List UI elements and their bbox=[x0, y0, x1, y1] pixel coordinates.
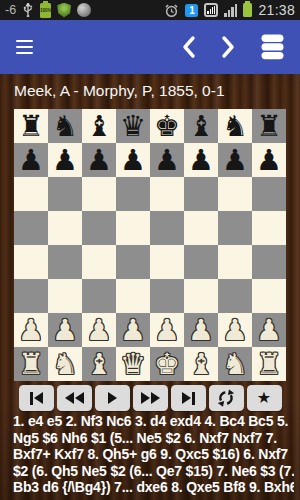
white-pawn: ♟ bbox=[154, 313, 180, 347]
square-e2[interactable]: ♟ bbox=[150, 313, 184, 347]
move-navigation-bar: ★ bbox=[0, 385, 300, 411]
square-d7[interactable]: ♟ bbox=[116, 143, 150, 177]
square-a3[interactable] bbox=[14, 279, 48, 313]
square-g5[interactable] bbox=[218, 211, 252, 245]
move-list-line[interactable]: $2 (6. Qh5 Ne5 $2 (6... Qe7 $15) 7. Ne6 … bbox=[13, 463, 294, 480]
white-bishop: ♝ bbox=[86, 347, 112, 381]
square-d2[interactable]: ♟ bbox=[116, 313, 150, 347]
move-list: 1. e4 e5 2. Nf3 Nc6 3. d4 exd4 4. Bc4 Bc… bbox=[13, 413, 294, 496]
square-a1[interactable]: ♜ bbox=[14, 347, 48, 381]
black-queen: ♛ bbox=[120, 109, 146, 143]
app-screen: -6 100% 1 bbox=[0, 0, 300, 500]
square-f7[interactable]: ♟ bbox=[184, 143, 218, 177]
go-to-start-button[interactable] bbox=[19, 385, 54, 411]
square-e4[interactable] bbox=[150, 245, 184, 279]
square-g2[interactable]: ♟ bbox=[218, 313, 252, 347]
square-h1[interactable]: ♜ bbox=[252, 347, 286, 381]
move-list-line[interactable]: 1. e4 e5 2. Nf3 Nc6 3. d4 exd4 4. Bc4 Bc… bbox=[13, 413, 294, 430]
square-f2[interactable]: ♟ bbox=[184, 313, 218, 347]
chess-board: ♜♞♝♛♚♝♞♜♟♟♟♟♟♟♟♟♟♟♟♟♟♟♟♟♜♞♝♛♚♝♞♜ bbox=[14, 109, 286, 381]
battery-status-icon bbox=[243, 3, 252, 17]
square-c7[interactable]: ♟ bbox=[82, 143, 116, 177]
black-bishop: ♝ bbox=[86, 109, 112, 143]
notification-badge: 1 bbox=[185, 4, 198, 17]
next-game-icon[interactable] bbox=[221, 35, 236, 59]
refresh-icon bbox=[217, 389, 235, 407]
square-e1[interactable]: ♚ bbox=[150, 347, 184, 381]
white-queen: ♛ bbox=[120, 347, 146, 381]
square-g4[interactable] bbox=[218, 245, 252, 279]
square-h7[interactable]: ♟ bbox=[252, 143, 286, 177]
square-b7[interactable]: ♟ bbox=[48, 143, 82, 177]
square-h6[interactable] bbox=[252, 177, 286, 211]
rewind-icon bbox=[65, 392, 74, 404]
signal-strength-icon bbox=[224, 4, 237, 17]
square-b4[interactable] bbox=[48, 245, 82, 279]
white-rook: ♜ bbox=[18, 347, 44, 381]
black-knight: ♞ bbox=[52, 109, 78, 143]
square-d8[interactable]: ♛ bbox=[116, 109, 150, 143]
white-pawn: ♟ bbox=[256, 313, 282, 347]
black-rook: ♜ bbox=[18, 109, 44, 143]
move-list-line[interactable]: Ng5 $6 Nh6 $1 (5... Ne5 $2 6. Nxf7 Nxf7 … bbox=[13, 430, 294, 447]
fast-forward-icon bbox=[151, 392, 160, 404]
black-pawn: ♟ bbox=[86, 143, 112, 177]
square-h8[interactable]: ♜ bbox=[252, 109, 286, 143]
white-pawn: ♟ bbox=[120, 313, 146, 347]
square-e8[interactable]: ♚ bbox=[150, 109, 184, 143]
square-b3[interactable] bbox=[48, 279, 82, 313]
game-header-title: Meek, A - Morphy, P, 1855, 0-1 bbox=[14, 82, 225, 100]
clock-text: 21:38 bbox=[258, 2, 295, 18]
step-forward-button[interactable] bbox=[95, 385, 130, 411]
square-h3[interactable] bbox=[252, 279, 286, 313]
white-knight: ♞ bbox=[52, 347, 78, 381]
square-g6[interactable] bbox=[218, 177, 252, 211]
battery-percent-label: 100% bbox=[40, 8, 52, 13]
square-h4[interactable] bbox=[252, 245, 286, 279]
square-a4[interactable] bbox=[14, 245, 48, 279]
square-g7[interactable]: ♟ bbox=[218, 143, 252, 177]
fast-forward-button[interactable] bbox=[133, 385, 168, 411]
square-e3[interactable] bbox=[150, 279, 184, 313]
database-icon[interactable] bbox=[261, 34, 284, 60]
black-rook: ♜ bbox=[256, 109, 282, 143]
square-b6[interactable] bbox=[48, 177, 82, 211]
antivirus-shield-icon bbox=[57, 3, 71, 18]
white-pawn: ♟ bbox=[86, 313, 112, 347]
move-list-line[interactable]: Bb3 d6 {/\Bg4}) 7... dxe6 8. Qxe5 Bf8 9.… bbox=[13, 479, 294, 496]
black-pawn: ♟ bbox=[222, 143, 248, 177]
black-pawn: ♟ bbox=[256, 143, 282, 177]
menu-icon[interactable] bbox=[16, 40, 33, 55]
mobile-signal-boxed-icon bbox=[204, 3, 218, 17]
square-c1[interactable]: ♝ bbox=[82, 347, 116, 381]
black-pawn: ♟ bbox=[188, 143, 214, 177]
square-b1[interactable]: ♞ bbox=[48, 347, 82, 381]
square-c2[interactable]: ♟ bbox=[82, 313, 116, 347]
square-d1[interactable]: ♛ bbox=[116, 347, 150, 381]
square-b2[interactable]: ♟ bbox=[48, 313, 82, 347]
go-to-end-button[interactable] bbox=[171, 385, 206, 411]
square-f3[interactable] bbox=[184, 279, 218, 313]
black-king: ♚ bbox=[154, 109, 180, 143]
square-c5[interactable] bbox=[82, 211, 116, 245]
rewind-icon bbox=[75, 392, 84, 404]
fast-forward-icon bbox=[141, 392, 150, 404]
square-c8[interactable]: ♝ bbox=[82, 109, 116, 143]
white-pawn: ♟ bbox=[188, 313, 214, 347]
square-h5[interactable] bbox=[252, 211, 286, 245]
status-bar: -6 100% 1 bbox=[0, 0, 300, 20]
black-pawn: ♟ bbox=[18, 143, 44, 177]
square-a2[interactable]: ♟ bbox=[14, 313, 48, 347]
square-f6[interactable] bbox=[184, 177, 218, 211]
square-d3[interactable] bbox=[116, 279, 150, 313]
alarm-clock-icon bbox=[164, 3, 179, 18]
square-e5[interactable] bbox=[150, 211, 184, 245]
square-e6[interactable] bbox=[150, 177, 184, 211]
square-g3[interactable] bbox=[218, 279, 252, 313]
square-g8[interactable]: ♞ bbox=[218, 109, 252, 143]
refresh-button[interactable] bbox=[209, 385, 244, 411]
white-pawn: ♟ bbox=[52, 313, 78, 347]
square-g1[interactable]: ♞ bbox=[218, 347, 252, 381]
square-d4[interactable] bbox=[116, 245, 150, 279]
app-toolbar bbox=[0, 20, 300, 74]
white-pawn: ♟ bbox=[18, 313, 44, 347]
square-f4[interactable] bbox=[184, 245, 218, 279]
skip-end-icon bbox=[192, 392, 195, 405]
white-pawn: ♟ bbox=[222, 313, 248, 347]
square-a8[interactable]: ♜ bbox=[14, 109, 48, 143]
signal-dbm-text: -6 bbox=[5, 3, 16, 17]
white-bishop: ♝ bbox=[188, 347, 214, 381]
skip-end-icon bbox=[182, 392, 191, 404]
previous-game-icon[interactable] bbox=[181, 35, 196, 59]
square-a6[interactable] bbox=[14, 177, 48, 211]
battery-full-icon: 100% bbox=[40, 3, 51, 18]
move-list-line[interactable]: Bxf7+ Kxf7 8. Qh5+ g6 9. Qxc5 $16) 6. Nx… bbox=[13, 446, 294, 463]
square-a7[interactable]: ♟ bbox=[14, 143, 48, 177]
square-d6[interactable] bbox=[116, 177, 150, 211]
black-knight: ♞ bbox=[222, 109, 248, 143]
black-bishop: ♝ bbox=[188, 109, 214, 143]
play-icon bbox=[108, 392, 117, 404]
white-knight: ♞ bbox=[222, 347, 248, 381]
media-disc-icon bbox=[77, 3, 91, 17]
square-c3[interactable] bbox=[82, 279, 116, 313]
square-f8[interactable]: ♝ bbox=[184, 109, 218, 143]
usb-icon bbox=[22, 3, 34, 18]
square-c4[interactable] bbox=[82, 245, 116, 279]
black-pawn: ♟ bbox=[52, 143, 78, 177]
black-pawn: ♟ bbox=[120, 143, 146, 177]
square-f5[interactable] bbox=[184, 211, 218, 245]
white-king: ♚ bbox=[154, 347, 180, 381]
square-f1[interactable]: ♝ bbox=[184, 347, 218, 381]
star-icon: ★ bbox=[257, 390, 271, 406]
square-c6[interactable] bbox=[82, 177, 116, 211]
skip-start-icon bbox=[34, 392, 43, 404]
square-d5[interactable] bbox=[116, 211, 150, 245]
black-pawn: ♟ bbox=[154, 143, 180, 177]
square-a5[interactable] bbox=[14, 211, 48, 245]
white-rook: ♜ bbox=[256, 347, 282, 381]
favorite-button[interactable]: ★ bbox=[247, 385, 282, 411]
square-b8[interactable]: ♞ bbox=[48, 109, 82, 143]
square-h2[interactable]: ♟ bbox=[252, 313, 286, 347]
square-b5[interactable] bbox=[48, 211, 82, 245]
square-e7[interactable]: ♟ bbox=[150, 143, 184, 177]
skip-start-icon bbox=[30, 392, 33, 405]
step-back-button[interactable] bbox=[57, 385, 92, 411]
